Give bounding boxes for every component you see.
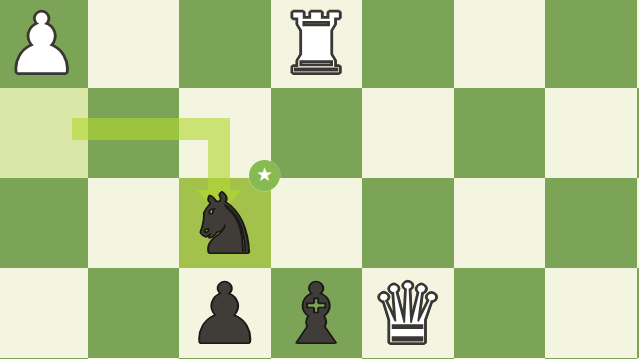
square-r2-c2[interactable]: ♞ [179,178,271,268]
square-r1-c4[interactable] [362,88,454,178]
square-r3-c5[interactable] [454,268,546,358]
square-r3-c2[interactable]: ♟ [179,268,271,358]
square-r1-c5[interactable] [454,88,546,178]
white-rook[interactable]: ♜ [279,2,354,86]
chess-board-viewport: ♟♜♞♟♝♛ ★ [0,0,639,359]
square-r0-c6[interactable] [545,0,637,88]
square-r2-c1[interactable] [88,178,180,268]
square-r2-c4[interactable] [362,178,454,268]
white-queen[interactable]: ♛ [370,272,445,356]
chess-board[interactable]: ♟♜♞♟♝♛ [0,0,639,359]
square-r3-c3[interactable]: ♝ [271,268,363,358]
square-r1-c6[interactable] [545,88,637,178]
square-r2-c6[interactable] [545,178,637,268]
black-bishop[interactable]: ♝ [279,272,354,356]
square-r3-c4[interactable]: ♛ [362,268,454,358]
square-r0-c1[interactable] [88,0,180,88]
black-knight[interactable]: ♞ [187,182,262,266]
square-r2-c0[interactable] [0,178,88,268]
square-r2-c5[interactable] [454,178,546,268]
best-move-badge: ★ [249,160,280,191]
white-pawn[interactable]: ♟ [4,2,79,86]
square-r3-c6[interactable] [545,268,637,358]
square-r3-c1[interactable] [88,268,180,358]
square-r0-c3[interactable]: ♜ [271,0,363,88]
square-r3-c0[interactable] [0,268,88,358]
square-r1-c3[interactable] [271,88,363,178]
black-pawn[interactable]: ♟ [187,272,262,356]
square-r1-c1[interactable] [88,88,180,178]
square-r1-c0[interactable] [0,88,88,178]
square-r2-c3[interactable] [271,178,363,268]
square-r0-c4[interactable] [362,0,454,88]
star-icon: ★ [256,165,273,184]
square-r0-c0[interactable]: ♟ [0,0,88,88]
square-r0-c5[interactable] [454,0,546,88]
square-r0-c2[interactable] [179,0,271,88]
